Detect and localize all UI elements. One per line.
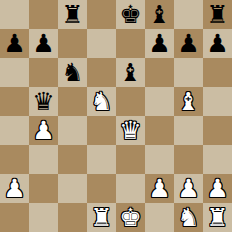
piece-white-king[interactable]: ♚ — [119, 203, 141, 232]
square-f7[interactable]: ♟ — [145, 29, 174, 58]
piece-white-pawn[interactable]: ♟ — [148, 174, 170, 203]
square-f1[interactable] — [145, 203, 174, 232]
square-h6[interactable] — [203, 58, 232, 87]
square-f2[interactable]: ♟ — [145, 174, 174, 203]
square-g8[interactable] — [174, 0, 203, 29]
square-g1[interactable]: ♞ — [174, 203, 203, 232]
square-g4[interactable] — [174, 116, 203, 145]
square-e7[interactable] — [116, 29, 145, 58]
square-d2[interactable] — [87, 174, 116, 203]
square-d1[interactable]: ♜ — [87, 203, 116, 232]
square-h3[interactable] — [203, 145, 232, 174]
square-b8[interactable] — [29, 0, 58, 29]
square-c5[interactable] — [58, 87, 87, 116]
square-d3[interactable] — [87, 145, 116, 174]
piece-black-pawn[interactable]: ♟ — [32, 29, 54, 58]
piece-white-rook[interactable]: ♜ — [206, 203, 228, 232]
square-b3[interactable] — [29, 145, 58, 174]
square-a3[interactable] — [0, 145, 29, 174]
square-h4[interactable] — [203, 116, 232, 145]
piece-white-queen[interactable]: ♛ — [119, 116, 141, 145]
piece-black-pawn[interactable]: ♟ — [148, 29, 170, 58]
piece-white-pawn[interactable]: ♟ — [177, 174, 199, 203]
square-e4[interactable]: ♛ — [116, 116, 145, 145]
square-g5[interactable]: ♝ — [174, 87, 203, 116]
square-d6[interactable] — [87, 58, 116, 87]
square-g6[interactable] — [174, 58, 203, 87]
piece-white-pawn[interactable]: ♟ — [32, 116, 54, 145]
square-b5[interactable]: ♛ — [29, 87, 58, 116]
square-c4[interactable] — [58, 116, 87, 145]
square-b4[interactable]: ♟ — [29, 116, 58, 145]
square-a8[interactable] — [0, 0, 29, 29]
piece-white-knight[interactable]: ♞ — [177, 203, 199, 232]
piece-white-rook[interactable]: ♜ — [90, 203, 112, 232]
piece-white-pawn[interactable]: ♟ — [3, 174, 25, 203]
square-g2[interactable]: ♟ — [174, 174, 203, 203]
chess-board: ♜♚♝♜♟♟♟♟♟♞♝♛♞♝♟♛♟♟♟♟♜♚♞♜ — [0, 0, 232, 232]
piece-black-rook[interactable]: ♜ — [206, 0, 228, 29]
square-a5[interactable] — [0, 87, 29, 116]
square-c2[interactable] — [58, 174, 87, 203]
piece-black-knight[interactable]: ♞ — [61, 58, 83, 87]
piece-white-knight[interactable]: ♞ — [90, 87, 112, 116]
piece-black-rook[interactable]: ♜ — [61, 0, 83, 29]
square-e8[interactable]: ♚ — [116, 0, 145, 29]
piece-black-king[interactable]: ♚ — [119, 0, 141, 29]
square-e2[interactable] — [116, 174, 145, 203]
piece-black-bishop[interactable]: ♝ — [148, 0, 170, 29]
square-d8[interactable] — [87, 0, 116, 29]
square-c1[interactable] — [58, 203, 87, 232]
square-a1[interactable] — [0, 203, 29, 232]
square-e6[interactable]: ♝ — [116, 58, 145, 87]
square-h1[interactable]: ♜ — [203, 203, 232, 232]
square-f4[interactable] — [145, 116, 174, 145]
square-b2[interactable] — [29, 174, 58, 203]
piece-black-bishop[interactable]: ♝ — [119, 58, 141, 87]
square-f5[interactable] — [145, 87, 174, 116]
square-b7[interactable]: ♟ — [29, 29, 58, 58]
square-d5[interactable]: ♞ — [87, 87, 116, 116]
piece-black-pawn[interactable]: ♟ — [177, 29, 199, 58]
square-f8[interactable]: ♝ — [145, 0, 174, 29]
square-c7[interactable] — [58, 29, 87, 58]
square-b1[interactable] — [29, 203, 58, 232]
piece-white-bishop[interactable]: ♝ — [177, 87, 199, 116]
square-a7[interactable]: ♟ — [0, 29, 29, 58]
square-h7[interactable]: ♟ — [203, 29, 232, 58]
piece-black-pawn[interactable]: ♟ — [3, 29, 25, 58]
square-h8[interactable]: ♜ — [203, 0, 232, 29]
square-f6[interactable] — [145, 58, 174, 87]
square-g7[interactable]: ♟ — [174, 29, 203, 58]
square-d4[interactable] — [87, 116, 116, 145]
square-d7[interactable] — [87, 29, 116, 58]
piece-white-pawn[interactable]: ♟ — [206, 174, 228, 203]
square-h2[interactable]: ♟ — [203, 174, 232, 203]
square-e5[interactable] — [116, 87, 145, 116]
square-e3[interactable] — [116, 145, 145, 174]
square-a6[interactable] — [0, 58, 29, 87]
square-a2[interactable]: ♟ — [0, 174, 29, 203]
square-h5[interactable] — [203, 87, 232, 116]
square-c3[interactable] — [58, 145, 87, 174]
piece-black-pawn[interactable]: ♟ — [206, 29, 228, 58]
square-c6[interactable]: ♞ — [58, 58, 87, 87]
square-f3[interactable] — [145, 145, 174, 174]
square-b6[interactable] — [29, 58, 58, 87]
piece-black-queen[interactable]: ♛ — [32, 87, 54, 116]
square-e1[interactable]: ♚ — [116, 203, 145, 232]
square-a4[interactable] — [0, 116, 29, 145]
square-c8[interactable]: ♜ — [58, 0, 87, 29]
square-g3[interactable] — [174, 145, 203, 174]
